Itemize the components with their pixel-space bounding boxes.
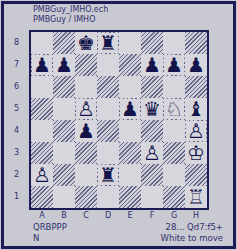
captured-line-2: N [33, 233, 67, 244]
square-f8 [141, 32, 163, 54]
black-queen-f5: ♛ [141, 98, 163, 120]
square-g5: ♘ [163, 98, 185, 120]
white-pawn-a2: ♙ [31, 164, 53, 186]
players-names: PMBGuy / IMHO [33, 15, 108, 25]
square-g7: ♟ [163, 54, 185, 76]
square-a1 [31, 186, 53, 208]
file-label-d: D [97, 211, 119, 221]
black-rook-d8: ♜ [97, 32, 119, 54]
square-h6 [185, 76, 207, 98]
square-d7 [97, 54, 119, 76]
square-g3 [163, 142, 185, 164]
square-d4 [97, 120, 119, 142]
rank-label-2: 2 [7, 164, 19, 186]
black-king-c8: ♚ [75, 32, 97, 54]
square-c5: ♙ [75, 98, 97, 120]
black-pawn-b7: ♟ [53, 54, 75, 76]
black-pawn-a7: ♟ [31, 54, 53, 76]
square-g8 [163, 32, 185, 54]
square-e6 [119, 76, 141, 98]
square-f6 [141, 76, 163, 98]
square-e3 [119, 142, 141, 164]
white-pawn-h4: ♙ [185, 120, 207, 142]
square-a3 [31, 142, 53, 164]
square-e2 [119, 164, 141, 186]
square-a2: ♙ [31, 164, 53, 186]
move-status: 28... Qd7:f5+ White to move [161, 222, 223, 243]
file-label-h: H [185, 211, 207, 221]
black-bishop-h5: ♝ [185, 98, 207, 120]
file-label-f: F [141, 211, 163, 221]
rank-label-3: 3 [7, 142, 19, 164]
square-h8 [185, 32, 207, 54]
square-c2 [75, 164, 97, 186]
square-g2 [163, 164, 185, 186]
square-g4 [163, 120, 185, 142]
rank-label-4: 4 [7, 120, 19, 142]
square-h4: ♙ [185, 120, 207, 142]
square-b5 [53, 98, 75, 120]
rank-label-5: 5 [7, 98, 19, 120]
square-h2 [185, 164, 207, 186]
square-b7: ♟ [53, 54, 75, 76]
square-f3: ♙ [141, 142, 163, 164]
square-f5: ♛ [141, 98, 163, 120]
rank-label-8: 8 [7, 32, 19, 54]
last-move: 28... Qd7:f5+ [161, 222, 223, 233]
square-e8 [119, 32, 141, 54]
chess-diagram-window: PMBGuy_IMHO.ech PMBGuy / IMHO ♚♜♟♟♟♟♟♙♟♛… [0, 0, 237, 250]
square-f1 [141, 186, 163, 208]
white-pawn-f3: ♙ [141, 142, 163, 164]
game-file-name: PMBGuy_IMHO.ech [33, 5, 108, 15]
black-rook-d2: ♜ [97, 164, 119, 186]
square-a7: ♟ [31, 54, 53, 76]
square-d5 [97, 98, 119, 120]
square-f4 [141, 120, 163, 142]
square-a6 [31, 76, 53, 98]
square-a8 [31, 32, 53, 54]
square-h3: ♔ [185, 142, 207, 164]
square-b2 [53, 164, 75, 186]
square-a4 [31, 120, 53, 142]
square-e1 [119, 186, 141, 208]
square-b1 [53, 186, 75, 208]
square-c7 [75, 54, 97, 76]
square-b3 [53, 142, 75, 164]
square-d1 [97, 186, 119, 208]
square-c1 [75, 186, 97, 208]
rank-label-1: 1 [7, 186, 19, 208]
board: ♚♜♟♟♟♟♟♙♟♛♘♝♟♙♙♔♙♜♖ [29, 30, 209, 210]
file-label-a: A [31, 211, 53, 221]
rank-label-6: 6 [7, 76, 19, 98]
square-g1 [163, 186, 185, 208]
square-b6 [53, 76, 75, 98]
black-pawn-h7: ♟ [185, 54, 207, 76]
square-a5 [31, 98, 53, 120]
square-h1: ♖ [185, 186, 207, 208]
black-pawn-g7: ♟ [163, 54, 185, 76]
square-d3 [97, 142, 119, 164]
file-label-b: B [53, 211, 75, 221]
white-knight-g5: ♘ [163, 98, 185, 120]
file-label-c: C [75, 211, 97, 221]
white-king-h3: ♔ [185, 142, 207, 164]
black-pawn-c4: ♟ [75, 120, 97, 142]
white-rook-h1: ♖ [185, 186, 207, 208]
square-e5: ♟ [119, 98, 141, 120]
square-f7: ♟ [141, 54, 163, 76]
file-label-g: G [163, 211, 185, 221]
header: PMBGuy_IMHO.ech PMBGuy / IMHO [33, 5, 108, 25]
black-pawn-f7: ♟ [141, 54, 163, 76]
square-b4 [53, 120, 75, 142]
square-f2 [141, 164, 163, 186]
square-d8: ♜ [97, 32, 119, 54]
square-h7: ♟ [185, 54, 207, 76]
black-pawn-e5: ♟ [119, 98, 141, 120]
captured-pieces: QRBPPP N [33, 222, 67, 243]
square-d6 [97, 76, 119, 98]
square-e7 [119, 54, 141, 76]
square-e4 [119, 120, 141, 142]
white-pawn-c5: ♙ [75, 98, 97, 120]
square-c4: ♟ [75, 120, 97, 142]
square-d2: ♜ [97, 164, 119, 186]
square-c6 [75, 76, 97, 98]
file-label-e: E [119, 211, 141, 221]
square-c3 [75, 142, 97, 164]
square-c8: ♚ [75, 32, 97, 54]
square-b8 [53, 32, 75, 54]
captured-line-1: QRBPPP [33, 222, 67, 233]
rank-label-7: 7 [7, 54, 19, 76]
side-to-move: White to move [161, 233, 223, 244]
square-g6 [163, 76, 185, 98]
square-h5: ♝ [185, 98, 207, 120]
